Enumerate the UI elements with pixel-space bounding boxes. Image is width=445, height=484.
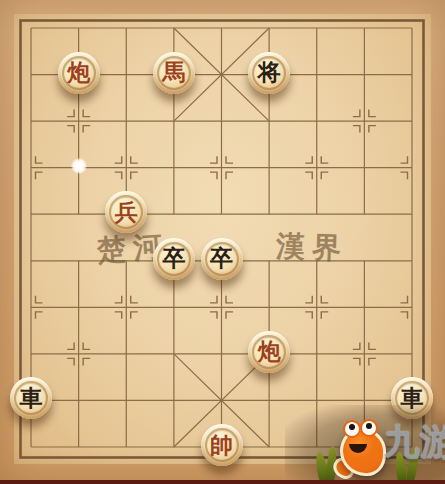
bottom-red-bar <box>0 480 445 484</box>
piece-glyph: 兵 <box>115 201 138 224</box>
jiuyou-mascot-icon <box>336 418 388 474</box>
piece-glyph: 卒 <box>162 247 185 270</box>
xiangqi-app-screen: 楚河 漢界 炮馬将兵卒卒炮車車帥 九游 <box>0 0 445 484</box>
piece-glyph: 卒 <box>210 247 233 270</box>
piece-glyph: 車 <box>20 387 43 410</box>
jiuyou-brand-text: 九游 <box>384 424 445 460</box>
mascot-eye-left <box>343 420 361 438</box>
piece-glyph: 車 <box>401 387 424 410</box>
piece-black-soldier[interactable]: 卒 <box>201 238 243 280</box>
piece-glyph: 帥 <box>210 434 233 457</box>
piece-glyph: 将 <box>258 61 281 84</box>
piece-glyph: 馬 <box>162 61 185 84</box>
piece-red-cannon[interactable]: 炮 <box>248 331 290 373</box>
piece-glyph: 炮 <box>67 61 90 84</box>
last-move-dot <box>71 158 87 174</box>
piece-black-general[interactable]: 将 <box>248 52 290 94</box>
river-label-right: 漢界 <box>275 227 348 269</box>
piece-red-general[interactable]: 帥 <box>201 424 243 466</box>
mascot-eye-right <box>360 419 378 437</box>
piece-glyph: 炮 <box>258 340 281 363</box>
piece-red-cannon[interactable]: 炮 <box>58 52 100 94</box>
piece-black-soldier[interactable]: 卒 <box>153 238 195 280</box>
piece-red-horse[interactable]: 馬 <box>153 52 195 94</box>
